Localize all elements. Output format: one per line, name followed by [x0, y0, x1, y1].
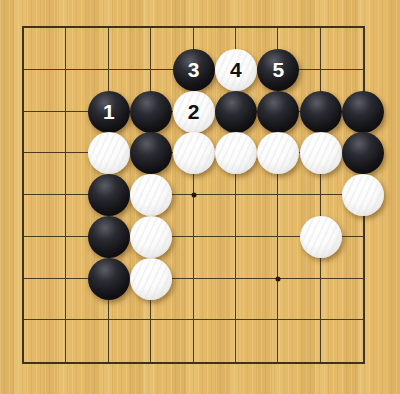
grid-cell [194, 195, 236, 237]
black-stone [88, 258, 130, 300]
grid-cell [24, 320, 66, 362]
white-stone [257, 132, 299, 174]
white-stone-move-4: 4 [215, 49, 257, 91]
grid-cell [194, 320, 236, 362]
black-stone-move-1: 1 [88, 91, 130, 133]
white-stone [88, 132, 130, 174]
grid-cell [236, 195, 278, 237]
star-point [276, 276, 281, 281]
white-stone [215, 132, 257, 174]
grid-cell [321, 28, 363, 70]
grid-cell [236, 237, 278, 279]
grid-cell [194, 237, 236, 279]
grid-cell [278, 320, 320, 362]
black-stone [342, 91, 384, 133]
grid-cell [236, 279, 278, 321]
grid-cell [66, 28, 108, 70]
go-board[interactable]: 34512 [0, 0, 400, 394]
white-stone [130, 258, 172, 300]
black-stone [300, 91, 342, 133]
grid-cell [236, 320, 278, 362]
grid-cell [151, 320, 193, 362]
black-stone-move-3: 3 [173, 49, 215, 91]
white-stone [130, 216, 172, 258]
white-stone [342, 174, 384, 216]
white-stone-move-2: 2 [173, 91, 215, 133]
black-stone [88, 174, 130, 216]
white-stone [173, 132, 215, 174]
grid-cell [24, 237, 66, 279]
grid-cell [24, 279, 66, 321]
grid-cell [321, 320, 363, 362]
grid-cell [24, 112, 66, 154]
grid-cell [278, 279, 320, 321]
black-stone [215, 91, 257, 133]
grid-cell [24, 195, 66, 237]
grid-cell [24, 28, 66, 70]
black-stone [88, 216, 130, 258]
grid-cell [24, 153, 66, 195]
grid-cell [24, 70, 66, 112]
grid-cell [194, 279, 236, 321]
white-stone [300, 216, 342, 258]
star-point [191, 193, 196, 198]
grid-cell [66, 320, 108, 362]
grid-cell [109, 320, 151, 362]
grid-cell [321, 279, 363, 321]
white-stone [300, 132, 342, 174]
black-stone [130, 91, 172, 133]
grid-cell [109, 28, 151, 70]
black-stone [257, 91, 299, 133]
black-stone [342, 132, 384, 174]
black-stone-move-5: 5 [257, 49, 299, 91]
black-stone [130, 132, 172, 174]
white-stone [130, 174, 172, 216]
